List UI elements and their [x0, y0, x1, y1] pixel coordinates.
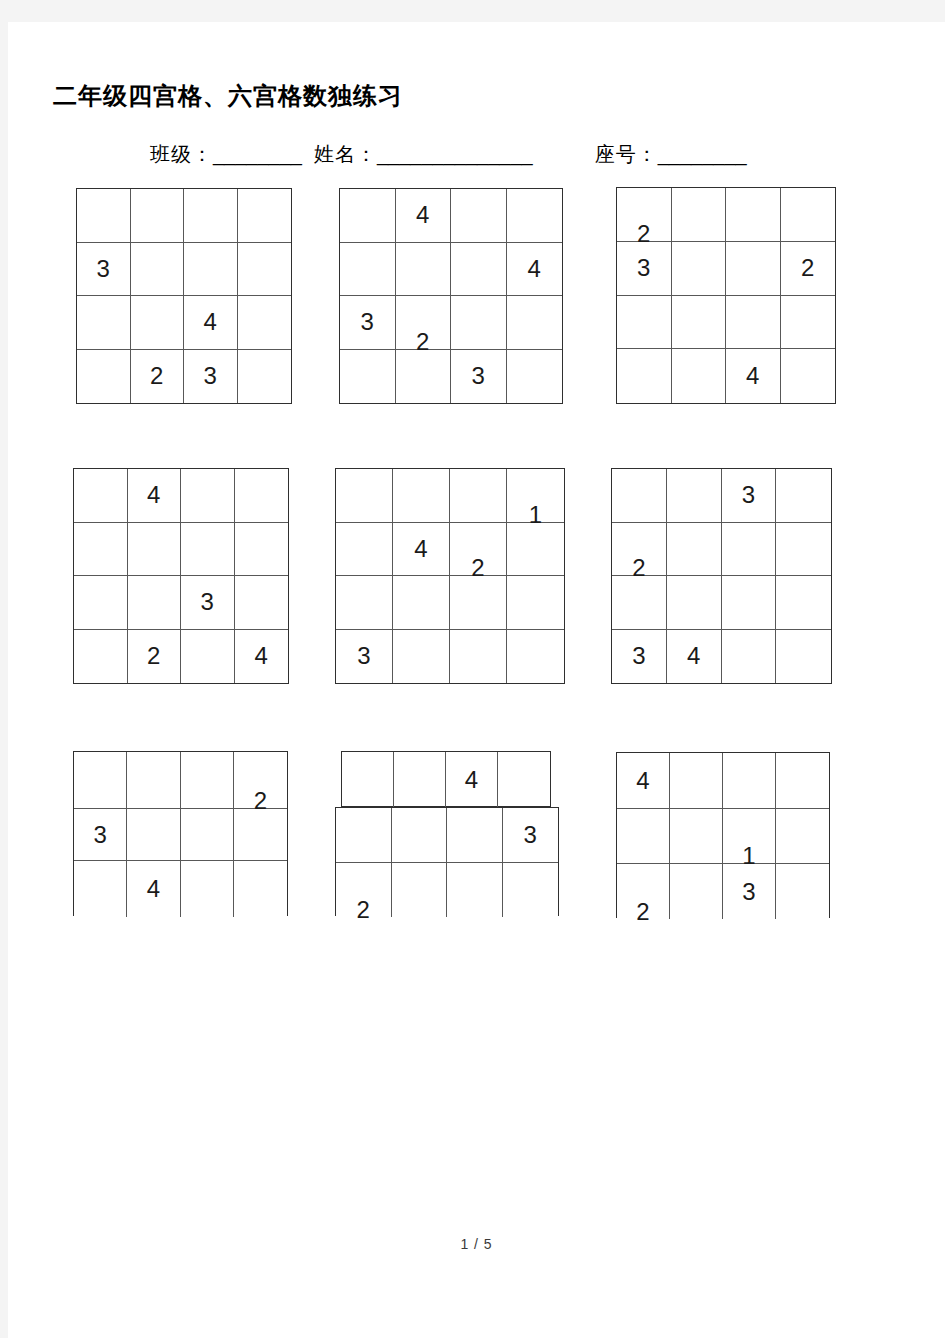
- sudoku-cell-r2c3-empty: [181, 523, 235, 577]
- sudoku-cell-r1c3-empty: [451, 189, 507, 243]
- sudoku-cell-r2c3-empty: [447, 808, 503, 863]
- sudoku-cell-r1c3-empty: [184, 189, 238, 243]
- sudoku-cell-r3c1-empty: [74, 861, 127, 917]
- sudoku-cell-r2c1-given: 3: [617, 242, 672, 296]
- sudoku-cell-r2c2-empty: [396, 243, 452, 297]
- sudoku-cell-r1c4-empty: [776, 469, 831, 523]
- sudoku-cell-r3c1-given: 3: [340, 296, 396, 350]
- sudoku-cell-r1c2-empty: [667, 469, 722, 523]
- sudoku-cell-r1c3-empty: [181, 752, 234, 809]
- sudoku-cell-r2c4-empty: [234, 809, 287, 861]
- sudoku-cell-r1c1-empty: [342, 752, 394, 807]
- sudoku-cell-r2c3-given: 1: [723, 809, 776, 864]
- sudoku-cell-r3c3-empty: [726, 296, 781, 350]
- sudoku-cell-r2c1-given: 2: [612, 523, 667, 577]
- sudoku-cell-r4c1-empty: [77, 350, 131, 404]
- sudoku-cell-r2c4-empty: [507, 523, 564, 577]
- sudoku-cell-r1c3-empty: [726, 188, 781, 242]
- sudoku-cell-r2c2-given: 4: [393, 523, 450, 577]
- sudoku-cell-r3c3-given: 3: [181, 576, 235, 630]
- sudoku-cell-r4c2-empty: [393, 630, 450, 684]
- sudoku-grid-9-truncated: 4123: [616, 752, 830, 918]
- worksheet-title: 二年级四宫格、六宫格数独练习: [53, 80, 403, 112]
- sudoku-cell-r3c2-empty: [667, 576, 722, 630]
- sudoku-cell-r2c1-empty: [336, 808, 392, 863]
- sudoku-cell-r3c1-empty: [612, 576, 667, 630]
- sudoku-cell-r4c3-given: 3: [451, 350, 507, 404]
- sudoku-cell-r4c3-given: 3: [184, 350, 238, 404]
- seat-label: 座号：: [595, 143, 658, 165]
- worksheet-page: 二年级四宫格、六宫格数独练习 班级：________姓名：___________…: [8, 22, 945, 1338]
- sudoku-cell-r2c2-empty: [670, 809, 723, 864]
- sudoku-cell-r1c1-given: 2: [617, 188, 672, 242]
- class-blank-line: ________: [213, 143, 302, 165]
- sudoku-cell-r2c2-empty: [667, 523, 722, 577]
- sudoku-cell-r1c1-empty: [612, 469, 667, 523]
- sudoku-cell-r3c2-empty: [128, 576, 182, 630]
- sudoku-cell-r1c4-given: 1: [507, 469, 564, 523]
- sudoku-cell-r2c4-empty: [776, 523, 831, 577]
- sudoku-cell-r3c3-empty: [181, 861, 234, 917]
- sudoku-cell-r2c4-empty: [235, 523, 289, 577]
- sudoku-cell-r3c2-empty: [393, 576, 450, 630]
- sudoku-cell-r4c1-given: 3: [336, 630, 393, 684]
- sudoku-cell-r3c4-empty: [234, 861, 287, 917]
- sudoku-cell-r2c1-given: 3: [77, 243, 131, 297]
- sudoku-cell-r4c2-given: 2: [128, 630, 182, 684]
- sudoku-cell-r3c2-given: 2: [396, 296, 452, 350]
- sudoku-cell-r1c4-given: 2: [234, 752, 287, 809]
- sudoku-cell-r1c2-given: 4: [396, 189, 452, 243]
- sudoku-cell-r1c1-empty: [74, 469, 128, 523]
- sudoku-cell-r1c3-empty: [181, 469, 235, 523]
- sudoku-cell-r3c2-given: 4: [127, 861, 180, 917]
- sudoku-cell-r1c2-given: 4: [128, 469, 182, 523]
- sudoku-cell-r4c2-empty: [396, 350, 452, 404]
- sudoku-cell-r1c3-given: 4: [446, 752, 498, 807]
- sudoku-cell-r4c2-empty: [672, 349, 727, 403]
- sudoku-grid-1: 3423: [76, 188, 292, 404]
- sudoku-cell-r2c1-given: 3: [74, 809, 127, 861]
- sudoku-cell-r2c3-empty: [726, 242, 781, 296]
- sudoku-cell-r4c4-empty: [507, 350, 563, 404]
- sudoku-cell-r3c4-empty: [781, 296, 836, 350]
- sudoku-cell-r4c1-empty: [74, 630, 128, 684]
- sudoku-cell-r3c4-empty: [507, 576, 564, 630]
- sudoku-cell-r3c1-empty: [77, 296, 131, 350]
- sudoku-cell-r1c4-empty: [781, 188, 836, 242]
- sudoku-cell-r2c4-given: 2: [781, 242, 836, 296]
- sudoku-cell-r3c1-given: 2: [336, 863, 392, 917]
- sudoku-cell-r4c4-given: 4: [235, 630, 289, 684]
- sudoku-cell-r4c3-empty: [181, 630, 235, 684]
- student-info-line: 班级：________姓名：______________座号：________: [150, 141, 747, 168]
- sudoku-cell-r2c3-given: 2: [450, 523, 507, 577]
- sudoku-cell-r2c3-empty: [722, 523, 777, 577]
- sudoku-cell-r2c2-empty: [128, 523, 182, 577]
- sudoku-cell-r1c1-empty: [74, 752, 127, 809]
- sudoku-cell-r1c1-empty: [336, 469, 393, 523]
- sudoku-cell-r3c2-empty: [672, 296, 727, 350]
- sudoku-cell-r3c4-empty: [235, 576, 289, 630]
- page-indicator: 1 / 5: [8, 1236, 945, 1252]
- sudoku-cell-r1c4-empty: [776, 753, 829, 809]
- sudoku-cell-r3c4-empty: [776, 864, 829, 919]
- sudoku-cell-r3c4-empty: [238, 296, 292, 350]
- sudoku-cell-r4c4-empty: [507, 630, 564, 684]
- name-label: 姓名：: [314, 143, 377, 165]
- sudoku-cell-r4c4-empty: [781, 349, 836, 403]
- sudoku-cell-r1c2-empty: [127, 752, 180, 809]
- sudoku-cell-r4c1-given: 3: [612, 630, 667, 684]
- document-viewer-background: { "game": "sudoku-4x4 (二年级四宫格数独练习 worksh…: [0, 0, 945, 1338]
- sudoku-cell-r3c2-empty: [392, 863, 448, 917]
- sudoku-grid-6: 3234: [611, 468, 832, 684]
- sudoku-cell-r1c2-empty: [672, 188, 727, 242]
- sudoku-cell-r1c1-given: 4: [617, 753, 670, 809]
- sudoku-cell-r3c2-empty: [670, 864, 723, 919]
- sudoku-cell-r1c4-empty: [238, 189, 292, 243]
- sudoku-cell-r3c1-empty: [336, 576, 393, 630]
- seat-blank-line: ________: [658, 143, 747, 165]
- sudoku-cell-r4c1-empty: [617, 349, 672, 403]
- sudoku-cell-r1c3-given: 3: [722, 469, 777, 523]
- sudoku-cell-r2c3-empty: [184, 243, 238, 297]
- sudoku-cell-r3c3-empty: [450, 576, 507, 630]
- sudoku-cell-r1c3-empty: [723, 753, 776, 809]
- sudoku-cell-r2c2-empty: [392, 808, 448, 863]
- sudoku-cell-r2c4-given: 4: [507, 243, 563, 297]
- name-blank-line: ______________: [377, 143, 533, 165]
- sudoku-cell-r2c2-empty: [131, 243, 185, 297]
- sudoku-cell-r1c2-empty: [131, 189, 185, 243]
- sudoku-cell-r2c1-empty: [74, 523, 128, 577]
- sudoku-cell-r1c4-empty: [498, 752, 550, 807]
- sudoku-cell-r1c2-empty: [670, 753, 723, 809]
- sudoku-cell-r4c3-empty: [722, 630, 777, 684]
- sudoku-cell-r3c3-given: 3: [723, 864, 776, 919]
- sudoku-grid-4: 4324: [73, 468, 289, 684]
- sudoku-grid-8-rows2-3-truncated: 32: [335, 807, 559, 916]
- sudoku-cell-r1c3-empty: [450, 469, 507, 523]
- sudoku-cell-r2c2-empty: [672, 242, 727, 296]
- sudoku-cell-r4c2-given: 2: [131, 350, 185, 404]
- sudoku-cell-r3c3-empty: [451, 296, 507, 350]
- sudoku-cell-r2c4-given: 3: [503, 808, 559, 863]
- sudoku-cell-r3c1-empty: [74, 576, 128, 630]
- sudoku-cell-r1c2-empty: [393, 469, 450, 523]
- sudoku-cell-r3c4-empty: [507, 296, 563, 350]
- sudoku-cell-r2c2-empty: [127, 809, 180, 861]
- sudoku-cell-r4c3-empty: [450, 630, 507, 684]
- sudoku-cell-r3c4-empty: [776, 576, 831, 630]
- sudoku-cell-r2c1-empty: [336, 523, 393, 577]
- sudoku-grid-5: 1423: [335, 468, 565, 684]
- sudoku-cell-r3c4-empty: [503, 863, 559, 917]
- sudoku-cell-r4c3-given: 4: [726, 349, 781, 403]
- sudoku-cell-r2c3-empty: [181, 809, 234, 861]
- sudoku-cell-r1c1-empty: [340, 189, 396, 243]
- sudoku-cell-r2c1-empty: [617, 809, 670, 864]
- sudoku-cell-r4c4-empty: [776, 630, 831, 684]
- sudoku-grid-2: 44323: [339, 188, 563, 404]
- sudoku-cell-r1c4-empty: [235, 469, 289, 523]
- sudoku-cell-r2c1-empty: [340, 243, 396, 297]
- sudoku-cell-r3c1-empty: [617, 296, 672, 350]
- sudoku-cell-r4c1-empty: [340, 350, 396, 404]
- sudoku-cell-r3c2-empty: [131, 296, 185, 350]
- sudoku-cell-r3c1-given: 2: [617, 864, 670, 919]
- sudoku-cell-r4c4-empty: [238, 350, 292, 404]
- sudoku-cell-r1c4-empty: [507, 189, 563, 243]
- sudoku-cell-r1c1-empty: [77, 189, 131, 243]
- sudoku-cell-r3c3-empty: [447, 863, 503, 917]
- sudoku-cell-r2c3-empty: [451, 243, 507, 297]
- sudoku-cell-r4c2-given: 4: [667, 630, 722, 684]
- sudoku-cell-r1c2-empty: [394, 752, 446, 807]
- sudoku-grid-7-truncated: 234: [73, 751, 288, 916]
- class-label: 班级：: [150, 143, 213, 165]
- sudoku-grid-8-row1: 4: [341, 751, 551, 807]
- sudoku-cell-r2c4-empty: [776, 809, 829, 864]
- sudoku-grid-3: 2324: [616, 187, 836, 404]
- sudoku-cell-r2c4-empty: [238, 243, 292, 297]
- sudoku-cell-r3c3-empty: [722, 576, 777, 630]
- sudoku-cell-r3c3-given: 4: [184, 296, 238, 350]
